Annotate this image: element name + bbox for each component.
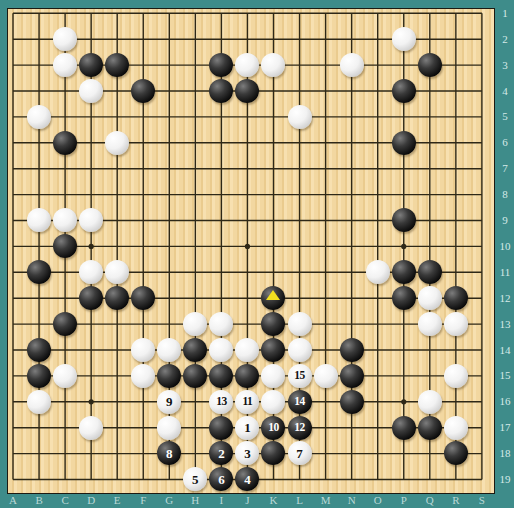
intersection-C12[interactable] — [52, 285, 78, 311]
intersection-E6[interactable] — [104, 130, 130, 156]
intersection-N17[interactable] — [339, 415, 365, 441]
intersection-K6[interactable] — [260, 130, 286, 156]
intersection-I13[interactable] — [208, 311, 234, 337]
intersection-B19[interactable] — [26, 466, 52, 492]
intersection-K10[interactable] — [260, 233, 286, 259]
intersection-P9[interactable] — [391, 207, 417, 233]
intersection-I3[interactable] — [208, 52, 234, 78]
intersection-A6[interactable] — [0, 130, 26, 156]
intersection-N6[interactable] — [339, 130, 365, 156]
intersection-C2[interactable] — [52, 26, 78, 52]
intersection-Q12[interactable] — [417, 285, 443, 311]
intersection-M4[interactable] — [313, 78, 339, 104]
intersection-D3[interactable] — [78, 52, 104, 78]
intersection-A2[interactable] — [0, 26, 26, 52]
intersection-E19[interactable] — [104, 466, 130, 492]
intersection-O17[interactable] — [365, 415, 391, 441]
intersection-J13[interactable] — [234, 311, 260, 337]
intersection-A19[interactable] — [0, 466, 26, 492]
intersection-S10[interactable] — [469, 233, 495, 259]
intersection-E17[interactable] — [104, 415, 130, 441]
intersection-G10[interactable] — [156, 233, 182, 259]
intersection-P14[interactable] — [391, 337, 417, 363]
intersection-J10[interactable] — [234, 233, 260, 259]
intersection-K15[interactable] — [260, 363, 286, 389]
intersection-N15[interactable] — [339, 363, 365, 389]
intersection-S12[interactable] — [469, 285, 495, 311]
intersection-S19[interactable] — [469, 466, 495, 492]
intersection-H3[interactable] — [182, 52, 208, 78]
intersection-Q8[interactable] — [417, 182, 443, 208]
intersection-M11[interactable] — [313, 259, 339, 285]
intersection-E7[interactable] — [104, 156, 130, 182]
intersection-B13[interactable] — [26, 311, 52, 337]
intersection-G18[interactable]: 8 — [156, 440, 182, 466]
intersection-S13[interactable] — [469, 311, 495, 337]
intersection-Q5[interactable] — [417, 104, 443, 130]
intersection-S18[interactable] — [469, 440, 495, 466]
intersection-J19[interactable]: 4 — [234, 466, 260, 492]
intersection-B5[interactable] — [26, 104, 52, 130]
intersection-N14[interactable] — [339, 337, 365, 363]
intersection-N11[interactable] — [339, 259, 365, 285]
intersection-P10[interactable] — [391, 233, 417, 259]
intersection-B1[interactable] — [26, 0, 52, 26]
intersection-L17[interactable]: 12 — [287, 415, 313, 441]
intersection-G2[interactable] — [156, 26, 182, 52]
intersection-R16[interactable] — [443, 389, 469, 415]
intersection-A4[interactable] — [0, 78, 26, 104]
intersection-G16[interactable]: 9 — [156, 389, 182, 415]
intersection-G8[interactable] — [156, 182, 182, 208]
intersection-E4[interactable] — [104, 78, 130, 104]
intersection-M15[interactable] — [313, 363, 339, 389]
intersection-F4[interactable] — [130, 78, 156, 104]
intersection-S3[interactable] — [469, 52, 495, 78]
intersection-S5[interactable] — [469, 104, 495, 130]
intersection-K17[interactable]: 10 — [260, 415, 286, 441]
intersection-P3[interactable] — [391, 52, 417, 78]
intersection-A3[interactable] — [0, 52, 26, 78]
intersection-R2[interactable] — [443, 26, 469, 52]
intersection-N18[interactable] — [339, 440, 365, 466]
intersection-Q6[interactable] — [417, 130, 443, 156]
intersection-K14[interactable] — [260, 337, 286, 363]
intersection-S16[interactable] — [469, 389, 495, 415]
intersection-B14[interactable] — [26, 337, 52, 363]
intersection-Q16[interactable] — [417, 389, 443, 415]
intersection-D16[interactable] — [78, 389, 104, 415]
intersection-D18[interactable] — [78, 440, 104, 466]
intersection-E13[interactable] — [104, 311, 130, 337]
intersection-E15[interactable] — [104, 363, 130, 389]
intersection-O11[interactable] — [365, 259, 391, 285]
intersection-F11[interactable] — [130, 259, 156, 285]
intersection-P7[interactable] — [391, 156, 417, 182]
intersection-R11[interactable] — [443, 259, 469, 285]
intersection-H4[interactable] — [182, 78, 208, 104]
intersection-E1[interactable] — [104, 0, 130, 26]
intersection-O16[interactable] — [365, 389, 391, 415]
intersection-N19[interactable] — [339, 466, 365, 492]
intersection-H7[interactable] — [182, 156, 208, 182]
intersection-Q14[interactable] — [417, 337, 443, 363]
intersection-A18[interactable] — [0, 440, 26, 466]
intersection-G7[interactable] — [156, 156, 182, 182]
intersection-D9[interactable] — [78, 207, 104, 233]
intersection-G6[interactable] — [156, 130, 182, 156]
intersection-D12[interactable] — [78, 285, 104, 311]
intersection-P8[interactable] — [391, 182, 417, 208]
intersection-E5[interactable] — [104, 104, 130, 130]
intersection-B4[interactable] — [26, 78, 52, 104]
intersection-E14[interactable] — [104, 337, 130, 363]
intersection-M14[interactable] — [313, 337, 339, 363]
intersection-H17[interactable] — [182, 415, 208, 441]
intersection-M12[interactable] — [313, 285, 339, 311]
intersection-F5[interactable] — [130, 104, 156, 130]
intersection-O19[interactable] — [365, 466, 391, 492]
intersection-L15[interactable]: 15 — [287, 363, 313, 389]
intersection-C18[interactable] — [52, 440, 78, 466]
intersection-H19[interactable]: 5 — [182, 466, 208, 492]
intersection-Q18[interactable] — [417, 440, 443, 466]
intersection-O13[interactable] — [365, 311, 391, 337]
intersection-L14[interactable] — [287, 337, 313, 363]
intersection-N10[interactable] — [339, 233, 365, 259]
intersection-J11[interactable] — [234, 259, 260, 285]
intersection-O14[interactable] — [365, 337, 391, 363]
intersection-J7[interactable] — [234, 156, 260, 182]
intersection-P15[interactable] — [391, 363, 417, 389]
intersection-C1[interactable] — [52, 0, 78, 26]
intersection-D8[interactable] — [78, 182, 104, 208]
intersection-H2[interactable] — [182, 26, 208, 52]
intersection-H16[interactable] — [182, 389, 208, 415]
intersection-J18[interactable]: 3 — [234, 440, 260, 466]
intersection-Q10[interactable] — [417, 233, 443, 259]
intersection-I17[interactable] — [208, 415, 234, 441]
intersection-C16[interactable] — [52, 389, 78, 415]
intersection-H18[interactable] — [182, 440, 208, 466]
intersection-J5[interactable] — [234, 104, 260, 130]
intersection-B18[interactable] — [26, 440, 52, 466]
intersection-H8[interactable] — [182, 182, 208, 208]
intersection-H5[interactable] — [182, 104, 208, 130]
intersection-F13[interactable] — [130, 311, 156, 337]
intersection-O18[interactable] — [365, 440, 391, 466]
intersection-F6[interactable] — [130, 130, 156, 156]
intersection-R7[interactable] — [443, 156, 469, 182]
intersection-C6[interactable] — [52, 130, 78, 156]
intersection-H6[interactable] — [182, 130, 208, 156]
intersection-F10[interactable] — [130, 233, 156, 259]
intersection-C19[interactable] — [52, 466, 78, 492]
intersection-P18[interactable] — [391, 440, 417, 466]
intersection-F12[interactable] — [130, 285, 156, 311]
intersection-Q15[interactable] — [417, 363, 443, 389]
intersection-B11[interactable] — [26, 259, 52, 285]
intersection-S9[interactable] — [469, 207, 495, 233]
intersection-A16[interactable] — [0, 389, 26, 415]
intersection-R8[interactable] — [443, 182, 469, 208]
intersection-O8[interactable] — [365, 182, 391, 208]
intersection-I10[interactable] — [208, 233, 234, 259]
intersection-K9[interactable] — [260, 207, 286, 233]
intersection-P1[interactable] — [391, 0, 417, 26]
intersection-L6[interactable] — [287, 130, 313, 156]
intersection-G9[interactable] — [156, 207, 182, 233]
intersection-H15[interactable] — [182, 363, 208, 389]
intersection-N3[interactable] — [339, 52, 365, 78]
intersection-E9[interactable] — [104, 207, 130, 233]
intersection-J3[interactable] — [234, 52, 260, 78]
intersection-N9[interactable] — [339, 207, 365, 233]
intersection-G13[interactable] — [156, 311, 182, 337]
intersection-L9[interactable] — [287, 207, 313, 233]
intersection-G5[interactable] — [156, 104, 182, 130]
intersection-L4[interactable] — [287, 78, 313, 104]
intersection-E11[interactable] — [104, 259, 130, 285]
intersection-G15[interactable] — [156, 363, 182, 389]
intersection-K11[interactable] — [260, 259, 286, 285]
intersection-C15[interactable] — [52, 363, 78, 389]
intersection-N12[interactable] — [339, 285, 365, 311]
intersection-L19[interactable] — [287, 466, 313, 492]
intersection-S7[interactable] — [469, 156, 495, 182]
intersection-A10[interactable] — [0, 233, 26, 259]
intersection-P5[interactable] — [391, 104, 417, 130]
intersection-H10[interactable] — [182, 233, 208, 259]
intersection-G17[interactable] — [156, 415, 182, 441]
intersection-A12[interactable] — [0, 285, 26, 311]
intersection-R18[interactable] — [443, 440, 469, 466]
intersection-G12[interactable] — [156, 285, 182, 311]
intersection-M9[interactable] — [313, 207, 339, 233]
intersection-B6[interactable] — [26, 130, 52, 156]
intersection-M6[interactable] — [313, 130, 339, 156]
intersection-J15[interactable] — [234, 363, 260, 389]
intersection-I7[interactable] — [208, 156, 234, 182]
intersection-C11[interactable] — [52, 259, 78, 285]
intersection-K4[interactable] — [260, 78, 286, 104]
intersection-H13[interactable] — [182, 311, 208, 337]
intersection-F14[interactable] — [130, 337, 156, 363]
intersection-B15[interactable] — [26, 363, 52, 389]
intersection-L18[interactable]: 7 — [287, 440, 313, 466]
intersection-S8[interactable] — [469, 182, 495, 208]
intersection-K19[interactable] — [260, 466, 286, 492]
intersection-L3[interactable] — [287, 52, 313, 78]
intersection-G4[interactable] — [156, 78, 182, 104]
intersection-E10[interactable] — [104, 233, 130, 259]
intersection-E8[interactable] — [104, 182, 130, 208]
intersection-S6[interactable] — [469, 130, 495, 156]
intersection-A15[interactable] — [0, 363, 26, 389]
intersection-O7[interactable] — [365, 156, 391, 182]
intersection-L5[interactable] — [287, 104, 313, 130]
intersection-Q3[interactable] — [417, 52, 443, 78]
intersection-Q9[interactable] — [417, 207, 443, 233]
intersection-Q13[interactable] — [417, 311, 443, 337]
intersection-F16[interactable] — [130, 389, 156, 415]
intersection-D7[interactable] — [78, 156, 104, 182]
intersection-I6[interactable] — [208, 130, 234, 156]
intersection-O3[interactable] — [365, 52, 391, 78]
intersection-O12[interactable] — [365, 285, 391, 311]
intersection-C7[interactable] — [52, 156, 78, 182]
intersection-E12[interactable] — [104, 285, 130, 311]
intersection-B10[interactable] — [26, 233, 52, 259]
intersection-J12[interactable] — [234, 285, 260, 311]
intersection-P11[interactable] — [391, 259, 417, 285]
intersection-I14[interactable] — [208, 337, 234, 363]
intersection-M10[interactable] — [313, 233, 339, 259]
intersection-H9[interactable] — [182, 207, 208, 233]
intersection-M18[interactable] — [313, 440, 339, 466]
intersection-M2[interactable] — [313, 26, 339, 52]
intersection-K2[interactable] — [260, 26, 286, 52]
intersection-B2[interactable] — [26, 26, 52, 52]
intersection-J1[interactable] — [234, 0, 260, 26]
intersection-R9[interactable] — [443, 207, 469, 233]
intersection-I19[interactable]: 6 — [208, 466, 234, 492]
intersection-I8[interactable] — [208, 182, 234, 208]
intersection-Q7[interactable] — [417, 156, 443, 182]
intersection-L10[interactable] — [287, 233, 313, 259]
intersection-N8[interactable] — [339, 182, 365, 208]
intersection-D19[interactable] — [78, 466, 104, 492]
intersection-H14[interactable] — [182, 337, 208, 363]
intersection-F17[interactable] — [130, 415, 156, 441]
intersection-L11[interactable] — [287, 259, 313, 285]
intersection-I9[interactable] — [208, 207, 234, 233]
intersection-B3[interactable] — [26, 52, 52, 78]
intersection-D1[interactable] — [78, 0, 104, 26]
intersection-G19[interactable] — [156, 466, 182, 492]
intersection-R13[interactable] — [443, 311, 469, 337]
intersection-L16[interactable]: 14 — [287, 389, 313, 415]
intersection-K3[interactable] — [260, 52, 286, 78]
intersection-P13[interactable] — [391, 311, 417, 337]
intersection-I1[interactable] — [208, 0, 234, 26]
intersection-O9[interactable] — [365, 207, 391, 233]
intersection-S4[interactable] — [469, 78, 495, 104]
intersection-S14[interactable] — [469, 337, 495, 363]
intersection-J6[interactable] — [234, 130, 260, 156]
intersection-D10[interactable] — [78, 233, 104, 259]
intersection-I16[interactable]: 13 — [208, 389, 234, 415]
intersection-Q11[interactable] — [417, 259, 443, 285]
intersection-O6[interactable] — [365, 130, 391, 156]
intersection-N4[interactable] — [339, 78, 365, 104]
intersection-O10[interactable] — [365, 233, 391, 259]
intersection-J9[interactable] — [234, 207, 260, 233]
intersection-M13[interactable] — [313, 311, 339, 337]
intersection-S2[interactable] — [469, 26, 495, 52]
intersection-J14[interactable] — [234, 337, 260, 363]
intersection-R17[interactable] — [443, 415, 469, 441]
intersection-P17[interactable] — [391, 415, 417, 441]
intersection-I4[interactable] — [208, 78, 234, 104]
intersection-S15[interactable] — [469, 363, 495, 389]
intersection-Q4[interactable] — [417, 78, 443, 104]
intersection-C10[interactable] — [52, 233, 78, 259]
intersection-F9[interactable] — [130, 207, 156, 233]
intersection-R6[interactable] — [443, 130, 469, 156]
intersection-M19[interactable] — [313, 466, 339, 492]
intersection-N7[interactable] — [339, 156, 365, 182]
intersection-A5[interactable] — [0, 104, 26, 130]
intersection-M3[interactable] — [313, 52, 339, 78]
intersection-A1[interactable] — [0, 0, 26, 26]
intersection-F19[interactable] — [130, 466, 156, 492]
intersection-Q19[interactable] — [417, 466, 443, 492]
intersection-J17[interactable]: 1 — [234, 415, 260, 441]
intersection-M1[interactable] — [313, 0, 339, 26]
intersection-J2[interactable] — [234, 26, 260, 52]
intersection-P19[interactable] — [391, 466, 417, 492]
intersection-C13[interactable] — [52, 311, 78, 337]
intersection-C4[interactable] — [52, 78, 78, 104]
intersection-R1[interactable] — [443, 0, 469, 26]
intersection-K8[interactable] — [260, 182, 286, 208]
intersection-I2[interactable] — [208, 26, 234, 52]
intersection-O2[interactable] — [365, 26, 391, 52]
intersection-R19[interactable] — [443, 466, 469, 492]
intersection-L12[interactable] — [287, 285, 313, 311]
intersection-S11[interactable] — [469, 259, 495, 285]
intersection-O15[interactable] — [365, 363, 391, 389]
intersection-S17[interactable] — [469, 415, 495, 441]
intersection-B8[interactable] — [26, 182, 52, 208]
intersection-C14[interactable] — [52, 337, 78, 363]
intersection-A9[interactable] — [0, 207, 26, 233]
intersection-A7[interactable] — [0, 156, 26, 182]
intersection-F15[interactable] — [130, 363, 156, 389]
intersection-F18[interactable] — [130, 440, 156, 466]
intersection-R14[interactable] — [443, 337, 469, 363]
intersection-H1[interactable] — [182, 0, 208, 26]
intersection-R4[interactable] — [443, 78, 469, 104]
intersection-C8[interactable] — [52, 182, 78, 208]
intersection-N13[interactable] — [339, 311, 365, 337]
intersection-B17[interactable] — [26, 415, 52, 441]
intersection-D2[interactable] — [78, 26, 104, 52]
intersection-C3[interactable] — [52, 52, 78, 78]
intersection-L8[interactable] — [287, 182, 313, 208]
intersection-Q2[interactable] — [417, 26, 443, 52]
intersection-K16[interactable] — [260, 389, 286, 415]
intersection-J8[interactable] — [234, 182, 260, 208]
intersection-N5[interactable] — [339, 104, 365, 130]
intersection-S1[interactable] — [469, 0, 495, 26]
intersection-O4[interactable] — [365, 78, 391, 104]
intersection-G1[interactable] — [156, 0, 182, 26]
intersection-P2[interactable] — [391, 26, 417, 52]
intersection-K13[interactable] — [260, 311, 286, 337]
intersection-M8[interactable] — [313, 182, 339, 208]
intersection-N2[interactable] — [339, 26, 365, 52]
intersection-C5[interactable] — [52, 104, 78, 130]
intersection-G11[interactable] — [156, 259, 182, 285]
intersection-L13[interactable] — [287, 311, 313, 337]
intersection-J4[interactable] — [234, 78, 260, 104]
intersection-C17[interactable] — [52, 415, 78, 441]
intersection-O5[interactable] — [365, 104, 391, 130]
intersection-E16[interactable] — [104, 389, 130, 415]
intersection-M16[interactable] — [313, 389, 339, 415]
